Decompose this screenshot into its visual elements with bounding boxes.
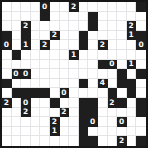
open-cell-r0c1[interactable] xyxy=(12,2,22,12)
wall-cell-r10c5 xyxy=(50,98,60,108)
open-cell-r10c6[interactable] xyxy=(60,98,70,108)
open-cell-r1c11[interactable] xyxy=(108,12,118,22)
wall-cell-r10c9 xyxy=(88,98,98,108)
wall-cell-r14c8 xyxy=(79,136,89,146)
clue-cell-r2c13: 2 xyxy=(127,21,137,31)
open-cell-r2c14[interactable] xyxy=(136,21,146,31)
open-cell-r1c13[interactable] xyxy=(127,12,137,22)
clue-cell-r7c2: 0 xyxy=(21,69,31,79)
open-cell-r2c6[interactable] xyxy=(60,21,70,31)
open-cell-r11c4[interactable] xyxy=(40,108,50,118)
clue-cell-r12c9: 0 xyxy=(88,117,98,127)
open-cell-r8c11[interactable] xyxy=(108,79,118,89)
wall-cell-r8c12 xyxy=(117,79,127,89)
clue-cell-r4c2: 1 xyxy=(21,40,31,50)
open-cell-r11c10[interactable] xyxy=(98,108,108,118)
open-cell-r1c0[interactable] xyxy=(2,12,12,22)
open-cell-r9c7[interactable] xyxy=(69,88,79,98)
open-cell-r6c5[interactable] xyxy=(50,60,60,70)
wall-cell-r5c1 xyxy=(12,50,22,60)
open-cell-r6c1[interactable] xyxy=(12,60,22,70)
wall-cell-r3c8 xyxy=(79,31,89,41)
open-cell-r1c8[interactable] xyxy=(79,12,89,22)
open-cell-r1c14[interactable] xyxy=(136,12,146,22)
wall-cell-r7c14 xyxy=(136,69,146,79)
open-cell-r7c11[interactable] xyxy=(108,69,118,79)
open-cell-r1c10[interactable] xyxy=(98,12,108,22)
open-cell-r13c7[interactable] xyxy=(69,127,79,137)
clue-cell-r2c2: 2 xyxy=(21,21,31,31)
open-cell-r10c10[interactable] xyxy=(98,98,108,108)
clue-cell-r0c4: 0 xyxy=(40,2,50,12)
wall-cell-r6c10 xyxy=(98,60,108,70)
open-cell-r13c4[interactable] xyxy=(40,127,50,137)
open-cell-r7c0[interactable] xyxy=(2,69,12,79)
wall-cell-r3c14 xyxy=(136,31,146,41)
open-cell-r0c13[interactable] xyxy=(127,2,137,12)
wall-cell-r14c14 xyxy=(136,136,146,146)
clue-cell-r14c12: 2 xyxy=(117,136,127,146)
open-cell-r13c14[interactable] xyxy=(136,127,146,137)
open-cell-r11c7[interactable] xyxy=(69,108,79,118)
open-cell-r2c1[interactable] xyxy=(12,21,22,31)
clue-cell-r11c6: 2 xyxy=(60,108,70,118)
open-cell-r11c1[interactable] xyxy=(12,108,22,118)
open-cell-r13c1[interactable] xyxy=(12,127,22,137)
open-cell-r8c9[interactable] xyxy=(88,79,98,89)
clue-cell-r4c0: 0 xyxy=(2,40,12,50)
open-cell-r14c5[interactable] xyxy=(50,136,60,146)
open-cell-r1c5[interactable] xyxy=(50,12,60,22)
open-cell-r14c3[interactable] xyxy=(31,136,41,146)
open-cell-r14c1[interactable] xyxy=(12,136,22,146)
open-cell-r2c5[interactable] xyxy=(50,21,60,31)
wall-cell-r10c14 xyxy=(136,98,146,108)
clue-cell-r10c2: 0 xyxy=(21,98,31,108)
open-cell-r13c2[interactable] xyxy=(21,127,31,137)
wall-cell-r1c4 xyxy=(40,12,50,22)
open-cell-r14c0[interactable] xyxy=(2,136,12,146)
open-cell-r5c5[interactable] xyxy=(50,50,60,60)
clue-cell-r3c13: 1 xyxy=(127,31,137,41)
open-cell-r3c12[interactable] xyxy=(117,31,127,41)
clue-cell-r5c7: 1 xyxy=(69,50,79,60)
open-cell-r5c4[interactable] xyxy=(40,50,50,60)
open-cell-r7c13[interactable] xyxy=(127,69,137,79)
open-cell-r3c7[interactable] xyxy=(69,31,79,41)
open-cell-r6c2[interactable] xyxy=(21,60,31,70)
open-cell-r11c3[interactable] xyxy=(31,108,41,118)
open-cell-r12c7[interactable] xyxy=(69,117,79,127)
clue-cell-r7c1: 0 xyxy=(12,69,22,79)
open-cell-r9c10[interactable] xyxy=(98,88,108,98)
open-cell-r6c12[interactable] xyxy=(117,60,127,70)
wall-cell-r9c11 xyxy=(108,88,118,98)
open-cell-r14c6[interactable] xyxy=(60,136,70,146)
open-cell-r5c10[interactable] xyxy=(98,50,108,60)
open-cell-r4c11[interactable] xyxy=(108,40,118,50)
open-cell-r0c0[interactable] xyxy=(2,2,12,12)
open-cell-r6c4[interactable] xyxy=(40,60,50,70)
wall-cell-r9c3 xyxy=(31,88,41,98)
open-cell-r10c4[interactable] xyxy=(40,98,50,108)
open-cell-r1c7[interactable] xyxy=(69,12,79,22)
open-cell-r5c9[interactable] xyxy=(88,50,98,60)
open-cell-r11c12[interactable] xyxy=(117,108,127,118)
open-cell-r12c2[interactable] xyxy=(21,117,31,127)
open-cell-r6c3[interactable] xyxy=(31,60,41,70)
open-cell-r8c1[interactable] xyxy=(12,79,22,89)
open-cell-r11c0[interactable] xyxy=(2,108,12,118)
clue-cell-r0c7: 2 xyxy=(69,2,79,12)
open-cell-r12c14[interactable] xyxy=(136,117,146,127)
wall-cell-r11c8 xyxy=(79,108,89,118)
open-cell-r6c7[interactable] xyxy=(69,60,79,70)
open-cell-r12c10[interactable] xyxy=(98,117,108,127)
open-cell-r4c1[interactable] xyxy=(12,40,22,50)
open-cell-r13c12[interactable] xyxy=(117,127,127,137)
open-cell-r1c12[interactable] xyxy=(117,12,127,22)
wall-cell-r10c8 xyxy=(79,98,89,108)
open-cell-r10c7[interactable] xyxy=(69,98,79,108)
open-cell-r6c14[interactable] xyxy=(136,60,146,70)
open-cell-r4c5[interactable] xyxy=(50,40,60,50)
puzzle-board: 0222210122010100402022220012 xyxy=(0,0,148,148)
open-cell-r5c0[interactable] xyxy=(2,50,12,60)
open-cell-r9c14[interactable] xyxy=(136,88,146,98)
clue-cell-r4c14: 0 xyxy=(136,40,146,50)
open-cell-r7c7[interactable] xyxy=(69,69,79,79)
open-cell-r3c3[interactable] xyxy=(31,31,41,41)
clue-cell-r10c0: 2 xyxy=(2,98,12,108)
open-cell-r3c4[interactable] xyxy=(40,31,50,41)
open-cell-r12c6[interactable] xyxy=(60,117,70,127)
wall-cell-r7c12 xyxy=(117,69,127,79)
open-cell-r3c1[interactable] xyxy=(12,31,22,41)
open-cell-r14c2[interactable] xyxy=(21,136,31,146)
clue-cell-r6c13: 1 xyxy=(127,60,137,70)
open-cell-r8c7[interactable] xyxy=(69,79,79,89)
wall-cell-r8c8 xyxy=(79,79,89,89)
clue-cell-r6c11: 0 xyxy=(108,60,118,70)
open-cell-r14c13[interactable] xyxy=(127,136,137,146)
open-cell-r8c2[interactable] xyxy=(21,79,31,89)
clue-cell-r11c2: 2 xyxy=(21,108,31,118)
open-cell-r8c4[interactable] xyxy=(40,79,50,89)
wall-cell-r14c9 xyxy=(88,136,98,146)
clue-cell-r8c10: 4 xyxy=(98,79,108,89)
clue-cell-r12c5: 2 xyxy=(50,117,60,127)
open-cell-r0c2[interactable] xyxy=(21,2,31,12)
open-cell-r14c4[interactable] xyxy=(40,136,50,146)
open-cell-r4c7[interactable] xyxy=(69,40,79,50)
open-cell-r8c3[interactable] xyxy=(31,79,41,89)
open-cell-r5c11[interactable] xyxy=(108,50,118,60)
open-cell-r13c6[interactable] xyxy=(60,127,70,137)
wall-cell-r3c0 xyxy=(2,31,12,41)
open-cell-r2c11[interactable] xyxy=(108,21,118,31)
open-cell-r0c11[interactable] xyxy=(108,2,118,12)
open-cell-r12c4[interactable] xyxy=(40,117,50,127)
open-cell-r3c10[interactable] xyxy=(98,31,108,41)
open-cell-r0c10[interactable] xyxy=(98,2,108,12)
wall-cell-r9c4 xyxy=(40,88,50,98)
open-cell-r14c10[interactable] xyxy=(98,136,108,146)
open-cell-r0c12[interactable] xyxy=(117,2,127,12)
open-cell-r11c5[interactable] xyxy=(50,108,60,118)
open-cell-r2c12[interactable] xyxy=(117,21,127,31)
open-cell-r6c0[interactable] xyxy=(2,60,12,70)
wall-cell-r8c13 xyxy=(127,79,137,89)
wall-cell-r8c0 xyxy=(2,79,12,89)
open-cell-r5c3[interactable] xyxy=(31,50,41,60)
open-cell-r5c14[interactable] xyxy=(136,50,146,60)
wall-cell-r12c8 xyxy=(79,117,89,127)
open-cell-r9c8[interactable] xyxy=(79,88,89,98)
open-cell-r14c11[interactable] xyxy=(108,136,118,146)
open-cell-r6c8[interactable] xyxy=(79,60,89,70)
open-cell-r7c9[interactable] xyxy=(88,69,98,79)
open-cell-r9c0[interactable] xyxy=(2,88,12,98)
open-cell-r4c3[interactable] xyxy=(31,40,41,50)
clue-cell-r4c10: 2 xyxy=(98,40,108,50)
open-cell-r4c13[interactable] xyxy=(127,40,137,50)
open-cell-r2c7[interactable] xyxy=(69,21,79,31)
open-cell-r0c8[interactable] xyxy=(79,2,89,12)
open-cell-r9c12[interactable] xyxy=(117,88,127,98)
open-cell-r7c10[interactable] xyxy=(98,69,108,79)
wall-cell-r2c9 xyxy=(88,21,98,31)
open-cell-r5c6[interactable] xyxy=(60,50,70,60)
wall-cell-r4c8 xyxy=(79,40,89,50)
open-cell-r5c12[interactable] xyxy=(117,50,127,60)
wall-cell-r10c12 xyxy=(117,98,127,108)
open-cell-r13c10[interactable] xyxy=(98,127,108,137)
wall-cell-r9c2 xyxy=(21,88,31,98)
wall-cell-r3c2 xyxy=(21,31,31,41)
open-cell-r8c5[interactable] xyxy=(50,79,60,89)
open-cell-r8c14[interactable] xyxy=(136,79,146,89)
clue-cell-r9c6: 0 xyxy=(60,88,70,98)
open-cell-r14c7[interactable] xyxy=(69,136,79,146)
clue-cell-r3c5: 2 xyxy=(50,31,60,41)
open-cell-r12c3[interactable] xyxy=(31,117,41,127)
open-cell-r10c3[interactable] xyxy=(31,98,41,108)
open-cell-r13c0[interactable] xyxy=(2,127,12,137)
open-cell-r9c9[interactable] xyxy=(88,88,98,98)
open-cell-r11c11[interactable] xyxy=(108,108,118,118)
wall-cell-r1c9 xyxy=(88,12,98,22)
open-cell-r9c5[interactable] xyxy=(50,88,60,98)
open-cell-r2c0[interactable] xyxy=(2,21,12,31)
open-cell-r13c9[interactable] xyxy=(88,127,98,137)
open-cell-r1c2[interactable] xyxy=(21,12,31,22)
clue-cell-r13c5: 1 xyxy=(50,127,60,137)
wall-cell-r13c8 xyxy=(79,127,89,137)
open-cell-r8c6[interactable] xyxy=(60,79,70,89)
open-cell-r7c3[interactable] xyxy=(31,69,41,79)
wall-cell-r11c9 xyxy=(88,108,98,118)
open-cell-r12c13[interactable] xyxy=(127,117,137,127)
open-cell-r11c13[interactable] xyxy=(127,108,137,118)
open-cell-r10c1[interactable] xyxy=(12,98,22,108)
open-cell-r13c3[interactable] xyxy=(31,127,41,137)
wall-cell-r0c14 xyxy=(136,2,146,12)
open-cell-r7c4[interactable] xyxy=(40,69,50,79)
open-cell-r3c9[interactable] xyxy=(88,31,98,41)
open-cell-r0c3[interactable] xyxy=(31,2,41,12)
open-cell-r1c1[interactable] xyxy=(12,12,22,22)
open-cell-r7c8[interactable] xyxy=(79,69,89,79)
open-cell-r6c6[interactable] xyxy=(60,60,70,70)
open-cell-r4c9[interactable] xyxy=(88,40,98,50)
open-cell-r13c13[interactable] xyxy=(127,127,137,137)
open-cell-r6c9[interactable] xyxy=(88,60,98,70)
open-cell-r7c6[interactable] xyxy=(60,69,70,79)
wall-cell-r9c1 xyxy=(12,88,22,98)
open-cell-r13c11[interactable] xyxy=(108,127,118,137)
open-cell-r10c13[interactable] xyxy=(127,98,137,108)
open-cell-r5c13[interactable] xyxy=(127,50,137,60)
clue-cell-r12c12: 0 xyxy=(117,117,127,127)
open-cell-r3c11[interactable] xyxy=(108,31,118,41)
open-cell-r5c8[interactable] xyxy=(79,50,89,60)
open-cell-r0c5[interactable] xyxy=(50,2,60,12)
open-cell-r4c12[interactable] xyxy=(117,40,127,50)
open-cell-r2c4[interactable] xyxy=(40,21,50,31)
open-cell-r4c6[interactable] xyxy=(60,40,70,50)
open-cell-r12c1[interactable] xyxy=(12,117,22,127)
open-cell-r7c5[interactable] xyxy=(50,69,60,79)
open-cell-r3c6[interactable] xyxy=(60,31,70,41)
open-cell-r12c11[interactable] xyxy=(108,117,118,127)
open-cell-r12c0[interactable] xyxy=(2,117,12,127)
wall-cell-r11c14 xyxy=(136,108,146,118)
open-cell-r1c6[interactable] xyxy=(60,12,70,22)
open-cell-r1c3[interactable] xyxy=(31,12,41,22)
open-cell-r0c6[interactable] xyxy=(60,2,70,12)
open-cell-r0c9[interactable] xyxy=(88,2,98,12)
open-cell-r2c8[interactable] xyxy=(79,21,89,31)
wall-cell-r9c13 xyxy=(127,88,137,98)
clue-cell-r10c11: 2 xyxy=(108,98,118,108)
open-cell-r2c3[interactable] xyxy=(31,21,41,31)
open-cell-r5c2[interactable] xyxy=(21,50,31,60)
clue-cell-r4c4: 2 xyxy=(40,40,50,50)
open-cell-r2c10[interactable] xyxy=(98,21,108,31)
